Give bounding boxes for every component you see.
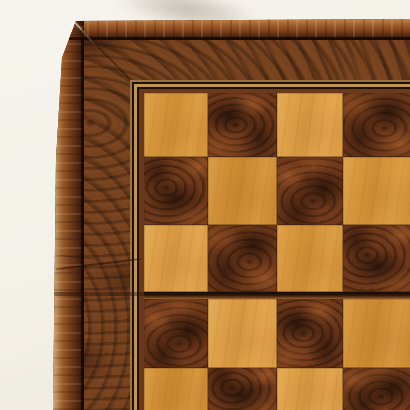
- chess-square-dark: [208, 368, 277, 410]
- top-frame-groove: [62, 37, 410, 40]
- chessboard-grid: [144, 93, 410, 410]
- photo-backdrop: [0, 0, 410, 410]
- chess-square-light: [144, 225, 208, 292]
- chess-square-light: [343, 299, 410, 368]
- chess-square-light: [208, 157, 277, 225]
- left-frame-groove: [81, 38, 84, 410]
- chess-square-dark: [144, 157, 208, 225]
- left-molded-edge: [52, 16, 84, 410]
- chess-square-dark: [277, 157, 343, 225]
- fold-seam-frame: [46, 292, 144, 296]
- chess-square-light: [277, 93, 343, 157]
- fold-seam: [144, 292, 410, 299]
- chess-square-light: [208, 299, 277, 368]
- chess-square-light: [144, 93, 208, 157]
- chessboard-photo: [0, 0, 410, 410]
- chess-square-dark: [343, 225, 410, 292]
- chess-square-dark: [144, 299, 208, 368]
- chess-square-light: [343, 157, 410, 225]
- chess-square-light: [144, 368, 208, 410]
- chess-square-dark: [277, 299, 343, 368]
- chess-square-light: [277, 225, 343, 292]
- chess-square-dark: [208, 93, 277, 157]
- chess-square-dark: [208, 225, 277, 292]
- chess-square-dark: [343, 368, 410, 410]
- chess-square-dark: [343, 93, 410, 157]
- chess-square-light: [277, 368, 343, 410]
